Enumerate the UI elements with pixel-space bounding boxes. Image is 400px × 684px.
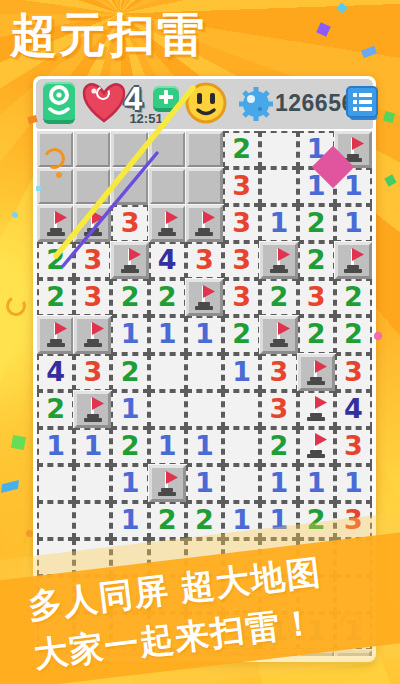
leaderboard-button[interactable] — [345, 85, 381, 127]
board-cell[interactable]: 2 — [37, 242, 74, 279]
confetti — [26, 530, 33, 537]
board-cell[interactable] — [149, 168, 186, 205]
confetti — [336, 2, 347, 13]
cell-number: 1 — [151, 430, 184, 461]
cell-number: 2 — [337, 318, 370, 349]
board-cell[interactable] — [111, 242, 148, 279]
cell-number: 1 — [337, 207, 370, 238]
board-cell[interactable] — [37, 131, 74, 168]
cell-number: 1 — [225, 356, 258, 387]
cell-number: 3 — [225, 207, 258, 238]
smiley-icon — [185, 82, 227, 124]
cell-number: 1 — [113, 504, 146, 535]
cell-number: 1 — [113, 318, 146, 349]
board-cell[interactable] — [223, 428, 260, 465]
board-cell[interactable] — [186, 354, 223, 391]
cell-number: 1 — [151, 318, 184, 349]
cell-number: 1 — [262, 207, 295, 238]
board-cell[interactable]: 3 — [223, 168, 260, 205]
board-cell[interactable]: 2 — [37, 391, 74, 428]
cell-number: 2 — [262, 430, 295, 461]
cell-number: 3 — [113, 207, 146, 238]
flag-icon — [266, 320, 292, 348]
board-cell[interactable] — [37, 205, 74, 242]
cell-number: 2 — [39, 393, 72, 424]
board-cell[interactable]: 2 — [223, 316, 260, 353]
flag-icon — [80, 320, 106, 348]
cell-number: 3 — [188, 244, 221, 275]
cell-number: 1 — [262, 467, 295, 498]
cell-number: 1 — [113, 393, 146, 424]
board-cell[interactable] — [74, 131, 111, 168]
board-cell[interactable]: 3 — [223, 205, 260, 242]
board-cell[interactable]: 4 — [335, 391, 372, 428]
cell-number: 1 — [113, 467, 146, 498]
flag-icon — [117, 246, 143, 274]
cell-number: 3 — [262, 393, 295, 424]
confetti — [384, 174, 396, 186]
confetti — [12, 212, 18, 218]
mine-icon — [237, 85, 275, 123]
confetti — [361, 46, 377, 58]
board-cell[interactable]: 1 — [111, 391, 148, 428]
cell-number: 2 — [225, 133, 258, 164]
mine-count-value: 126656 — [275, 90, 355, 117]
board-cell[interactable] — [186, 131, 223, 168]
board-cell[interactable] — [260, 316, 297, 353]
flag-icon — [191, 283, 217, 311]
board-cell[interactable]: 2 — [335, 316, 372, 353]
board-cell[interactable]: 2 — [37, 279, 74, 316]
board-cell[interactable]: 2 — [111, 354, 148, 391]
board-cell[interactable] — [37, 168, 74, 205]
board-cell[interactable]: 3 — [335, 428, 372, 465]
board-cell[interactable] — [335, 242, 372, 279]
board-cell[interactable] — [37, 502, 74, 539]
board-cell[interactable]: 2 — [298, 242, 335, 279]
confetti — [11, 435, 26, 450]
board-cell[interactable]: 1 — [335, 465, 372, 502]
confetti — [383, 111, 395, 123]
cell-number: 2 — [113, 430, 146, 461]
cell-number: 3 — [262, 356, 295, 387]
board-cell[interactable]: 1 — [186, 428, 223, 465]
board-cell[interactable] — [111, 168, 148, 205]
confetti — [316, 22, 331, 37]
board-cell[interactable] — [186, 391, 223, 428]
board-cell[interactable] — [149, 205, 186, 242]
board-cell[interactable]: 1 — [186, 316, 223, 353]
flag-icon — [266, 246, 292, 274]
board-cell[interactable]: 1 — [37, 428, 74, 465]
confetti — [1, 480, 19, 493]
cell-number: 1 — [188, 467, 221, 498]
cell-number: 3 — [225, 281, 258, 312]
board-cell[interactable]: 3 — [74, 279, 111, 316]
board-cell[interactable] — [298, 391, 335, 428]
board-cell[interactable]: 3 — [223, 279, 260, 316]
board-cell[interactable]: 2 — [223, 131, 260, 168]
cell-number: 3 — [76, 281, 109, 312]
board-cell[interactable]: 1 — [260, 205, 297, 242]
cell-number: 3 — [300, 281, 333, 312]
board-cell[interactable] — [37, 465, 74, 502]
board-cell[interactable]: 1 — [335, 205, 372, 242]
board-cell[interactable]: 3 — [260, 391, 297, 428]
board-cell[interactable]: 1 — [149, 428, 186, 465]
board-cell[interactable] — [186, 205, 223, 242]
board-cell[interactable] — [74, 391, 111, 428]
cell-number: 2 — [151, 281, 184, 312]
board-cell[interactable]: 3 — [74, 242, 111, 279]
board-cell[interactable]: 3 — [111, 205, 148, 242]
board-cell[interactable]: 1 — [74, 428, 111, 465]
board-cell[interactable] — [186, 279, 223, 316]
board-cell[interactable]: 1 — [186, 465, 223, 502]
cell-number: 2 — [262, 281, 295, 312]
game-screen: { "app": { "title": "超元扫雷" }, "toolbar":… — [0, 0, 400, 684]
cell-number: 3 — [225, 244, 258, 275]
mine-counter — [237, 85, 275, 127]
smiley-button[interactable] — [185, 82, 227, 128]
cell-number: 2 — [113, 281, 146, 312]
flag-icon — [303, 358, 329, 386]
board-cell[interactable] — [223, 465, 260, 502]
add-life-button[interactable] — [153, 86, 179, 112]
cell-number: 1 — [337, 467, 370, 498]
board-cell[interactable] — [74, 205, 111, 242]
flag-icon — [80, 209, 106, 237]
cell-number: 1 — [300, 467, 333, 498]
flag-icon — [340, 246, 366, 274]
location-button[interactable] — [43, 82, 75, 124]
flag-icon — [191, 209, 217, 237]
cell-number: 3 — [337, 356, 370, 387]
board-cell[interactable]: 4 — [149, 242, 186, 279]
board-cell[interactable]: 2 — [111, 428, 148, 465]
page-title: 超元扫雷 — [10, 4, 206, 67]
flag-icon — [154, 209, 180, 237]
cell-number: 3 — [225, 170, 258, 201]
board-cell[interactable]: 2 — [111, 279, 148, 316]
cell-number: 3 — [337, 430, 370, 461]
flag-icon — [154, 469, 180, 497]
promo-banner-band: 多人同屏 超大地图 大家一起来扫雷！ — [0, 529, 400, 684]
cell-number: 4 — [151, 244, 184, 275]
board-cell[interactable]: 3 — [74, 354, 111, 391]
board-cell[interactable]: 3 — [223, 242, 260, 279]
plus-icon — [153, 86, 179, 108]
board-cell[interactable] — [149, 465, 186, 502]
lives-timer: 12:51 — [118, 111, 174, 126]
board-cell[interactable] — [260, 131, 297, 168]
board-cell[interactable]: 3 — [186, 242, 223, 279]
cell-number: 1 — [188, 318, 221, 349]
cell-number: 2 — [39, 281, 72, 312]
board-cell[interactable]: 3 — [260, 354, 297, 391]
board-cell[interactable]: 4 — [37, 354, 74, 391]
list-icon — [345, 85, 381, 123]
board-cell[interactable]: 1 — [111, 316, 148, 353]
board-cell[interactable]: 2 — [298, 205, 335, 242]
board-cell[interactable]: 2 — [260, 428, 297, 465]
flag-icon — [303, 431, 329, 459]
board-cell[interactable]: 2 — [149, 502, 186, 539]
board-cell[interactable]: 1 — [260, 465, 297, 502]
cell-number: 1 — [76, 430, 109, 461]
cell-number: 2 — [188, 504, 221, 535]
board-cell[interactable]: 1 — [149, 316, 186, 353]
flag-icon — [43, 320, 69, 348]
board-cell[interactable] — [74, 316, 111, 353]
cell-number: 3 — [76, 244, 109, 275]
board-cell[interactable] — [186, 168, 223, 205]
cell-number: 2 — [300, 318, 333, 349]
cell-number: 2 — [151, 504, 184, 535]
cell-number: 3 — [76, 356, 109, 387]
board-cell[interactable]: 2 — [335, 279, 372, 316]
board-cell[interactable] — [260, 242, 297, 279]
confetti — [4, 294, 28, 318]
cell-number: 1 — [188, 430, 221, 461]
board-cell[interactable] — [149, 391, 186, 428]
board-cell[interactable] — [37, 316, 74, 353]
board-cell[interactable]: 2 — [149, 279, 186, 316]
cell-number: 2 — [225, 318, 258, 349]
flag-icon — [80, 395, 106, 423]
flag-icon — [43, 209, 69, 237]
cell-number: 2 — [113, 356, 146, 387]
board-cell[interactable]: 1 — [111, 502, 148, 539]
board-cell[interactable] — [111, 131, 148, 168]
board-cell[interactable]: 3 — [335, 354, 372, 391]
board-cell[interactable] — [298, 428, 335, 465]
board-cell[interactable]: 1 — [111, 465, 148, 502]
cell-number: 2 — [300, 244, 333, 275]
cell-number: 2 — [300, 207, 333, 238]
board-cell[interactable]: 2 — [298, 316, 335, 353]
board-cell[interactable] — [223, 391, 260, 428]
cell-number: 2 — [39, 244, 72, 275]
board-cell[interactable]: 1 — [223, 354, 260, 391]
toolbar: 4 12:51 — [36, 79, 373, 129]
location-pin-icon — [43, 82, 75, 118]
board-cell[interactable] — [298, 354, 335, 391]
cell-number: 4 — [39, 356, 72, 387]
board-cell[interactable] — [74, 502, 111, 539]
board-cell[interactable]: 2 — [260, 279, 297, 316]
board-cell[interactable] — [149, 354, 186, 391]
board-cell[interactable]: 1 — [298, 465, 335, 502]
cell-number: 4 — [337, 393, 370, 424]
cell-number: 2 — [337, 281, 370, 312]
flag-icon — [303, 394, 329, 422]
board-cell[interactable] — [74, 465, 111, 502]
board-cell[interactable] — [149, 131, 186, 168]
cell-number: 1 — [39, 430, 72, 461]
board-cell[interactable] — [74, 168, 111, 205]
board-cell[interactable]: 3 — [298, 279, 335, 316]
board-cell[interactable] — [260, 168, 297, 205]
